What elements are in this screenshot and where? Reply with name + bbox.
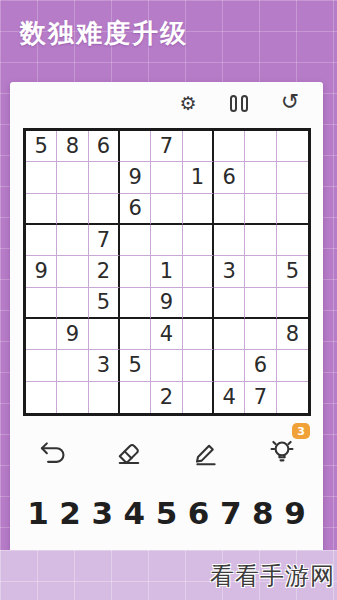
lightbulb-icon xyxy=(266,436,298,468)
cell-r5c9[interactable]: 5 xyxy=(277,256,308,287)
cell-r2c8[interactable] xyxy=(245,162,276,193)
cell-r7c9[interactable]: 8 xyxy=(277,319,308,350)
cell-r3c5[interactable] xyxy=(151,194,182,225)
cell-r4c5[interactable] xyxy=(151,225,182,256)
cell-r3c8[interactable] xyxy=(245,194,276,225)
cell-r6c9[interactable] xyxy=(277,288,308,319)
cell-r8c4[interactable]: 5 xyxy=(120,350,151,381)
cell-r9c2[interactable] xyxy=(57,382,88,413)
cell-r2c2[interactable] xyxy=(57,162,88,193)
cell-r9c5[interactable]: 2 xyxy=(151,382,182,413)
numpad-8[interactable]: 8 xyxy=(248,490,278,536)
cell-r7c6[interactable] xyxy=(183,319,214,350)
cell-r1c7[interactable] xyxy=(214,131,245,162)
cell-r4c6[interactable] xyxy=(183,225,214,256)
cell-r5c5[interactable]: 1 xyxy=(151,256,182,287)
cell-r9c9[interactable] xyxy=(277,382,308,413)
cell-r6c1[interactable] xyxy=(26,288,57,319)
cell-r6c2[interactable] xyxy=(57,288,88,319)
cell-r3c1[interactable] xyxy=(26,194,57,225)
cell-r5c7[interactable]: 3 xyxy=(214,256,245,287)
cell-r4c9[interactable] xyxy=(277,225,308,256)
cell-r6c7[interactable] xyxy=(214,288,245,319)
cell-r3c4[interactable]: 6 xyxy=(120,194,151,225)
cell-r5c3[interactable]: 2 xyxy=(89,256,120,287)
cell-r7c1[interactable] xyxy=(26,319,57,350)
watermark: 看看手游网 xyxy=(210,560,335,592)
cell-r4c7[interactable] xyxy=(214,225,245,256)
undo-icon xyxy=(37,436,69,468)
cell-r6c3[interactable]: 5 xyxy=(89,288,120,319)
cell-r2c3[interactable] xyxy=(89,162,120,193)
cell-r8c6[interactable] xyxy=(183,350,214,381)
eraser-icon xyxy=(113,436,145,468)
cell-r5c6[interactable] xyxy=(183,256,214,287)
numpad-1[interactable]: 1 xyxy=(23,490,53,536)
eraser-button[interactable] xyxy=(112,432,146,472)
pencil-icon xyxy=(190,436,222,468)
cell-r2c4[interactable]: 9 xyxy=(120,162,151,193)
numpad-5[interactable]: 5 xyxy=(152,490,182,536)
cell-r3c9[interactable] xyxy=(277,194,308,225)
cell-r1c9[interactable] xyxy=(277,131,308,162)
cell-r2c5[interactable] xyxy=(151,162,182,193)
app-screen: 数独难度升级 ⚙ ↺ 5867916679213559948356247 xyxy=(0,0,337,600)
cell-r4c3[interactable]: 7 xyxy=(89,225,120,256)
cell-r8c1[interactable] xyxy=(26,350,57,381)
cell-r1c2[interactable]: 8 xyxy=(57,131,88,162)
numpad-4[interactable]: 4 xyxy=(119,490,149,536)
pause-icon xyxy=(230,95,248,112)
sudoku-board: 5867916679213559948356247 xyxy=(23,128,311,416)
cell-r8c2[interactable] xyxy=(57,350,88,381)
numpad-2[interactable]: 2 xyxy=(55,490,85,536)
cell-r1c6[interactable] xyxy=(183,131,214,162)
restart-icon: ↺ xyxy=(281,91,299,113)
restart-button[interactable]: ↺ xyxy=(278,91,302,115)
cell-r5c1[interactable]: 9 xyxy=(26,256,57,287)
cell-r4c4[interactable] xyxy=(120,225,151,256)
cell-r6c6[interactable] xyxy=(183,288,214,319)
cell-r6c8[interactable] xyxy=(245,288,276,319)
cell-r9c3[interactable] xyxy=(89,382,120,413)
cell-r2c1[interactable] xyxy=(26,162,57,193)
cell-r4c1[interactable] xyxy=(26,225,57,256)
cell-r1c1[interactable]: 5 xyxy=(26,131,57,162)
page-title: 数独难度升级 xyxy=(20,16,188,51)
hint-count-badge: 3 xyxy=(292,423,310,439)
number-pad: 123456789 xyxy=(10,490,323,536)
cell-r4c8[interactable] xyxy=(245,225,276,256)
numpad-9[interactable]: 9 xyxy=(280,490,310,536)
numpad-7[interactable]: 7 xyxy=(216,490,246,536)
cell-r8c7[interactable] xyxy=(214,350,245,381)
cell-r7c2[interactable]: 9 xyxy=(57,319,88,350)
gear-icon: ⚙ xyxy=(179,94,196,113)
topbar: ⚙ ↺ xyxy=(176,87,302,119)
game-panel: ⚙ ↺ 5867916679213559948356247 xyxy=(10,82,323,578)
cell-r9c1[interactable] xyxy=(26,382,57,413)
cell-r3c2[interactable] xyxy=(57,194,88,225)
hint-button[interactable]: 3 xyxy=(265,432,299,472)
cell-r6c4[interactable] xyxy=(120,288,151,319)
toolbar: 3 xyxy=(10,432,323,472)
cell-r7c4[interactable] xyxy=(120,319,151,350)
pause-button[interactable] xyxy=(227,91,251,115)
cell-r7c5[interactable]: 4 xyxy=(151,319,182,350)
cell-r7c3[interactable] xyxy=(89,319,120,350)
cell-r5c8[interactable] xyxy=(245,256,276,287)
cell-r7c7[interactable] xyxy=(214,319,245,350)
cell-r2c9[interactable] xyxy=(277,162,308,193)
cell-r3c3[interactable] xyxy=(89,194,120,225)
cell-r6c5[interactable]: 9 xyxy=(151,288,182,319)
numpad-6[interactable]: 6 xyxy=(184,490,214,536)
cell-r5c4[interactable] xyxy=(120,256,151,287)
pencil-button[interactable] xyxy=(189,432,223,472)
cell-r8c3[interactable]: 3 xyxy=(89,350,120,381)
cell-r8c8[interactable]: 6 xyxy=(245,350,276,381)
cell-r3c7[interactable] xyxy=(214,194,245,225)
cell-r9c6[interactable] xyxy=(183,382,214,413)
cell-r5c2[interactable] xyxy=(57,256,88,287)
cell-r1c3[interactable]: 6 xyxy=(89,131,120,162)
cell-r1c8[interactable] xyxy=(245,131,276,162)
cell-r2c7[interactable]: 6 xyxy=(214,162,245,193)
cell-r9c4[interactable] xyxy=(120,382,151,413)
settings-button[interactable]: ⚙ xyxy=(176,91,200,115)
cell-r8c5[interactable] xyxy=(151,350,182,381)
cell-r1c5[interactable]: 7 xyxy=(151,131,182,162)
numpad-3[interactable]: 3 xyxy=(87,490,117,536)
cell-r3c6[interactable] xyxy=(183,194,214,225)
cell-r9c7[interactable]: 4 xyxy=(214,382,245,413)
undo-button[interactable] xyxy=(36,432,70,472)
cell-r4c2[interactable] xyxy=(57,225,88,256)
cell-r1c4[interactable] xyxy=(120,131,151,162)
cell-r2c6[interactable]: 1 xyxy=(183,162,214,193)
cell-r7c8[interactable] xyxy=(245,319,276,350)
cell-r9c8[interactable]: 7 xyxy=(245,382,276,413)
cell-r8c9[interactable] xyxy=(277,350,308,381)
